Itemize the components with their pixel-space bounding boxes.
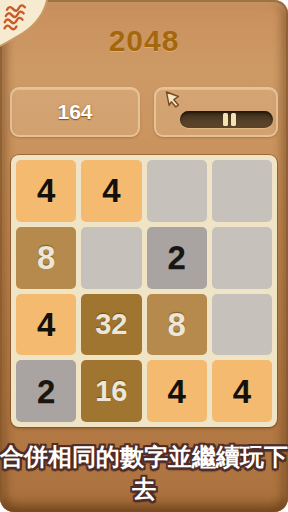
tile-2: 2	[16, 360, 76, 422]
tile-16: 16	[81, 360, 141, 422]
tile-4: 4	[147, 360, 207, 422]
tile-4: 4	[81, 160, 141, 222]
empty-cell	[212, 294, 272, 356]
tile-8: 8	[16, 227, 76, 289]
progress-slider-track[interactable]	[180, 111, 273, 128]
empty-cell	[81, 227, 141, 289]
tile-4: 4	[16, 294, 76, 356]
score-box: 164	[10, 87, 140, 137]
app-window: 2048 164 4482432821644 合併相同的數字並繼續玩下去	[0, 0, 288, 512]
tile-4: 4	[16, 160, 76, 222]
game-title: 2048	[0, 24, 288, 58]
hint-box	[154, 87, 278, 137]
empty-cell	[212, 227, 272, 289]
score-value: 164	[12, 89, 138, 135]
empty-cell	[212, 160, 272, 222]
pointing-hand-icon	[162, 87, 186, 111]
tile-32: 32	[81, 294, 141, 356]
tile-8: 8	[147, 294, 207, 356]
instruction-caption: 合併相同的數字並繼續玩下去	[0, 441, 288, 505]
tile-2: 2	[147, 227, 207, 289]
slider-handle[interactable]	[223, 113, 236, 126]
empty-cell	[147, 160, 207, 222]
tile-4: 4	[212, 360, 272, 422]
game-board[interactable]: 4482432821644	[16, 160, 272, 422]
board-frame: 4482432821644	[11, 155, 277, 427]
